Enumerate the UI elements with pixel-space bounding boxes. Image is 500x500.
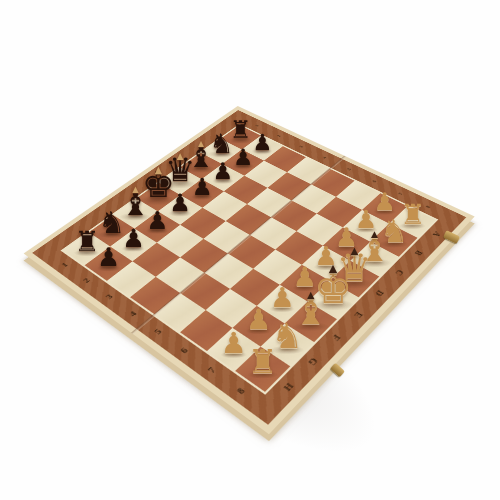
board-squares <box>63 125 435 392</box>
board-inner-border <box>61 124 439 395</box>
chess-set-photo: 11A22B33C44D55E66F77G88H ♜♞♝▲♛▲♚▲♝▲♞♜♟♟♟… <box>0 0 500 500</box>
chess-board: 11A22B33C44D55E66F77G88H <box>24 106 475 434</box>
